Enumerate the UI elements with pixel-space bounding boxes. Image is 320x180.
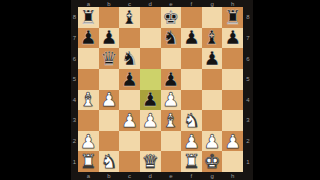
- square-c5[interactable]: ♟: [119, 69, 140, 90]
- rank-label-4: 4: [71, 90, 78, 111]
- rank-label-2: 2: [243, 131, 253, 152]
- piece-black-pawn[interactable]: ♟: [204, 49, 221, 68]
- rank-label-8: 8: [243, 7, 253, 28]
- square-a5[interactable]: [78, 69, 99, 90]
- square-f2[interactable]: ♟: [181, 131, 202, 152]
- square-b8[interactable]: [99, 7, 120, 28]
- square-d5[interactable]: [140, 69, 161, 90]
- square-c3[interactable]: ♟: [119, 110, 140, 131]
- square-c8[interactable]: ♝: [119, 7, 140, 28]
- square-d8[interactable]: [140, 7, 161, 28]
- piece-white-queen[interactable]: ♛: [142, 152, 159, 171]
- piece-white-bishop[interactable]: ♝: [162, 110, 179, 129]
- square-e6[interactable]: [161, 48, 182, 69]
- square-e7[interactable]: ♞: [161, 28, 182, 49]
- piece-black-bishop[interactable]: ♝: [121, 7, 138, 26]
- square-g8[interactable]: [202, 7, 223, 28]
- piece-black-rook[interactable]: ♜: [224, 7, 241, 26]
- piece-white-king[interactable]: ♚: [204, 152, 221, 171]
- square-c4[interactable]: [119, 90, 140, 111]
- rank-label-7: 7: [71, 28, 78, 49]
- file-label-h: h: [222, 172, 243, 180]
- square-d1[interactable]: ♛: [140, 151, 161, 172]
- piece-black-bishop[interactable]: ♝: [204, 28, 221, 47]
- piece-black-pawn[interactable]: ♟: [142, 90, 159, 109]
- rank-label-8: 8: [71, 7, 78, 28]
- square-h6[interactable]: [222, 48, 243, 69]
- square-b1[interactable]: ♞: [99, 151, 120, 172]
- square-g5[interactable]: [202, 69, 223, 90]
- square-b7[interactable]: ♟: [99, 28, 120, 49]
- file-label-e: e: [161, 172, 182, 180]
- file-labels-bottom: abcdefgh: [78, 172, 243, 180]
- board-squares: ♜♝♚♜♟♟♞♟♝♟♛♞♟♟♟♝♟♟♟♟♟♝♞♟♟♟♟♜♞♛♜♚: [78, 7, 243, 172]
- piece-white-rook[interactable]: ♜: [80, 152, 97, 171]
- piece-white-knight[interactable]: ♞: [183, 110, 200, 129]
- rank-label-1: 1: [243, 151, 253, 172]
- piece-white-bishop[interactable]: ♝: [80, 90, 97, 109]
- square-e3[interactable]: ♝: [161, 110, 182, 131]
- square-d2[interactable]: [140, 131, 161, 152]
- piece-black-pawn[interactable]: ♟: [100, 28, 117, 47]
- square-g3[interactable]: [202, 110, 223, 131]
- square-e5[interactable]: ♟: [161, 69, 182, 90]
- square-a6[interactable]: [78, 48, 99, 69]
- square-h2[interactable]: ♟: [222, 131, 243, 152]
- piece-white-pawn[interactable]: ♟: [100, 90, 117, 109]
- file-label-g: g: [202, 172, 223, 180]
- square-b6[interactable]: ♛: [99, 48, 120, 69]
- square-f6[interactable]: [181, 48, 202, 69]
- piece-black-pawn[interactable]: ♟: [80, 28, 97, 47]
- square-b3[interactable]: [99, 110, 120, 131]
- square-h3[interactable]: [222, 110, 243, 131]
- file-labels-top: abcdefgh: [78, 0, 243, 7]
- square-g4[interactable]: [202, 90, 223, 111]
- square-e1[interactable]: [161, 151, 182, 172]
- piece-white-pawn[interactable]: ♟: [121, 110, 138, 129]
- piece-white-pawn[interactable]: ♟: [224, 131, 241, 150]
- square-a3[interactable]: [78, 110, 99, 131]
- rank-label-3: 3: [243, 110, 253, 131]
- rank-label-6: 6: [71, 48, 78, 69]
- square-a1[interactable]: ♜: [78, 151, 99, 172]
- square-g6[interactable]: ♟: [202, 48, 223, 69]
- piece-white-pawn[interactable]: ♟: [183, 131, 200, 150]
- piece-white-pawn[interactable]: ♟: [80, 131, 97, 150]
- piece-black-king[interactable]: ♚: [162, 7, 179, 26]
- rank-label-7: 7: [243, 28, 253, 49]
- square-f3[interactable]: ♞: [181, 110, 202, 131]
- square-d7[interactable]: [140, 28, 161, 49]
- square-c2[interactable]: [119, 131, 140, 152]
- file-label-b: b: [99, 172, 120, 180]
- piece-black-knight[interactable]: ♞: [162, 28, 179, 47]
- chess-board: abcdefgh 87654321 87654321 ♜♝♚♜♟♟♞♟♝♟♛♞♟…: [71, 0, 253, 180]
- square-d3[interactable]: ♟: [140, 110, 161, 131]
- file-label-d: d: [140, 0, 161, 7]
- file-label-c: c: [119, 172, 140, 180]
- square-a2[interactable]: ♟: [78, 131, 99, 152]
- square-e2[interactable]: [161, 131, 182, 152]
- square-f4[interactable]: [181, 90, 202, 111]
- piece-white-pawn[interactable]: ♟: [142, 110, 159, 129]
- square-e4[interactable]: ♟: [161, 90, 182, 111]
- piece-black-pawn[interactable]: ♟: [162, 69, 179, 88]
- rank-label-3: 3: [71, 110, 78, 131]
- piece-white-knight[interactable]: ♞: [100, 152, 117, 171]
- rank-label-2: 2: [71, 131, 78, 152]
- square-f5[interactable]: [181, 69, 202, 90]
- square-h1[interactable]: [222, 151, 243, 172]
- rank-label-5: 5: [71, 69, 78, 90]
- square-d4[interactable]: ♟: [140, 90, 161, 111]
- video-frame: abcdefgh 87654321 87654321 ♜♝♚♜♟♟♞♟♝♟♛♞♟…: [0, 0, 320, 180]
- piece-black-pawn[interactable]: ♟: [224, 28, 241, 47]
- square-c6[interactable]: ♞: [119, 48, 140, 69]
- square-e8[interactable]: ♚: [161, 7, 182, 28]
- piece-white-pawn[interactable]: ♟: [162, 90, 179, 109]
- rank-labels-right: 87654321: [243, 7, 253, 172]
- square-a8[interactable]: ♜: [78, 7, 99, 28]
- square-h8[interactable]: ♜: [222, 7, 243, 28]
- rank-label-5: 5: [243, 69, 253, 90]
- square-f8[interactable]: [181, 7, 202, 28]
- square-d6[interactable]: [140, 48, 161, 69]
- square-f7[interactable]: ♟: [181, 28, 202, 49]
- square-b4[interactable]: ♟: [99, 90, 120, 111]
- square-h5[interactable]: [222, 69, 243, 90]
- piece-black-queen[interactable]: ♛: [100, 49, 117, 68]
- square-h4[interactable]: [222, 90, 243, 111]
- piece-black-pawn[interactable]: ♟: [183, 28, 200, 47]
- square-b5[interactable]: [99, 69, 120, 90]
- file-label-d: d: [140, 172, 161, 180]
- piece-white-pawn[interactable]: ♟: [204, 131, 221, 150]
- square-f1[interactable]: ♜: [181, 151, 202, 172]
- square-c7[interactable]: [119, 28, 140, 49]
- piece-black-pawn[interactable]: ♟: [121, 69, 138, 88]
- square-a7[interactable]: ♟: [78, 28, 99, 49]
- piece-black-knight[interactable]: ♞: [121, 49, 138, 68]
- rank-label-4: 4: [243, 90, 253, 111]
- piece-black-rook[interactable]: ♜: [80, 7, 97, 26]
- square-g2[interactable]: ♟: [202, 131, 223, 152]
- square-g1[interactable]: ♚: [202, 151, 223, 172]
- file-label-a: a: [78, 172, 99, 180]
- square-a4[interactable]: ♝: [78, 90, 99, 111]
- file-label-b: b: [99, 0, 120, 7]
- file-label-f: f: [181, 172, 202, 180]
- rank-label-6: 6: [243, 48, 253, 69]
- rank-labels-left: 87654321: [71, 7, 78, 172]
- square-g7[interactable]: ♝: [202, 28, 223, 49]
- square-c1[interactable]: [119, 151, 140, 172]
- file-label-f: f: [181, 0, 202, 7]
- square-h7[interactable]: ♟: [222, 28, 243, 49]
- rank-label-1: 1: [71, 151, 78, 172]
- square-b2[interactable]: [99, 131, 120, 152]
- file-label-g: g: [202, 0, 223, 7]
- piece-white-rook[interactable]: ♜: [183, 152, 200, 171]
